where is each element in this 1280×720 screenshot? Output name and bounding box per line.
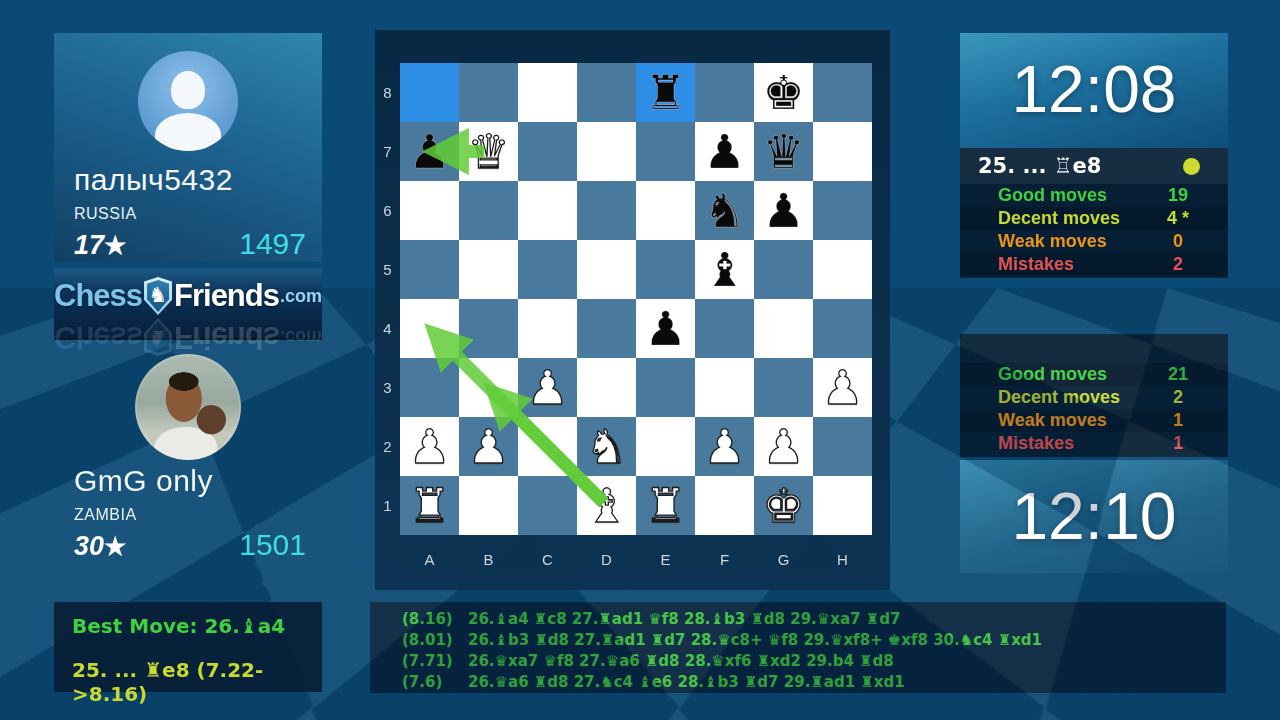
player-meta-top: 17★ 1497 (74, 227, 306, 261)
best-move-text: Best Move: 26.♝a4 (72, 614, 322, 638)
clock-bottom: 12:10 (960, 460, 1228, 573)
player-rating-top: 1497 (239, 227, 306, 261)
rank-label-8: 8 (375, 63, 400, 122)
turn-indicator-dot (1183, 158, 1200, 175)
white-pawn-f2: ♟ (695, 417, 754, 476)
square-d8[interactable] (577, 63, 636, 122)
square-a8[interactable] (400, 63, 459, 122)
square-a7[interactable]: ♟ (400, 122, 459, 181)
stat-row-mistakes: Mistakes1 (960, 432, 1228, 455)
square-e2[interactable] (636, 417, 695, 476)
square-c5[interactable] (518, 240, 577, 299)
black-pawn-f7: ♟ (695, 122, 754, 181)
last-move-text: 25. ... ♖e8 (978, 154, 1101, 178)
square-e5[interactable] (636, 240, 695, 299)
square-c6[interactable] (518, 181, 577, 240)
last-move-header: 25. ... ♖e8 (960, 148, 1228, 184)
square-b8[interactable] (459, 63, 518, 122)
logo-reflection: Chess ♞ Friends .com (54, 318, 322, 356)
white-rook-e1: ♜ (636, 476, 695, 535)
engine-eval: (7.6) (370, 672, 442, 693)
rank-label-4: 4 (375, 299, 400, 358)
square-f4[interactable] (695, 299, 754, 358)
logo-text-friends: Friends (174, 278, 279, 314)
square-d7[interactable] (577, 122, 636, 181)
square-e4[interactable]: ♟ (636, 299, 695, 358)
engine-line-2[interactable]: (8.01)26.♝b3 ♜d8 27.♜ad1 ♜d7 28.♛c8+ ♛f8… (370, 630, 1226, 651)
black-pawn-e4: ♟ (636, 299, 695, 358)
square-e3[interactable] (636, 358, 695, 417)
square-h6[interactable] (813, 181, 872, 240)
square-h7[interactable] (813, 122, 872, 181)
square-a4[interactable] (400, 299, 459, 358)
file-label-d: D (577, 548, 636, 572)
player-country-bottom: ZAMBIA (74, 506, 137, 524)
square-d4[interactable] (577, 299, 636, 358)
black-pawn-g6: ♟ (754, 181, 813, 240)
square-a6[interactable] (400, 181, 459, 240)
black-pawn-a7: ♟ (400, 122, 459, 181)
best-move-box: Best Move: 26.♝a4 25. ... ♜e8 (7.22->8.1… (54, 602, 322, 692)
white-queen-b7: ♛ (459, 122, 518, 181)
engine-eval: (8.16) (370, 609, 442, 630)
black-rook-e8: ♜ (636, 63, 695, 122)
player-stars-top: 17★ (74, 230, 126, 261)
square-h8[interactable] (813, 63, 872, 122)
square-b6[interactable] (459, 181, 518, 240)
white-pawn-a2: ♟ (400, 417, 459, 476)
black-knight-f6: ♞ (695, 181, 754, 240)
square-g8[interactable]: ♚ (754, 63, 813, 122)
player-country-top: RUSSIA (74, 205, 137, 223)
clock-top: 12:08 (960, 33, 1228, 148)
square-d1[interactable]: ♝ (577, 476, 636, 535)
white-pawn-g2: ♟ (754, 417, 813, 476)
square-b2[interactable]: ♟ (459, 417, 518, 476)
square-f2[interactable]: ♟ (695, 417, 754, 476)
shield-knight-icon: ♞ (144, 277, 172, 315)
engine-lines-panel: (8.16)26.♝a4 ♜c8 27.♜ad1 ♛f8 28.♝b3 ♜d8 … (370, 602, 1226, 693)
square-g3[interactable] (754, 358, 813, 417)
white-pawn-c3: ♟ (518, 358, 577, 417)
chessfriends-logo-banner: Chess ♞ Friends .com Chess ♞ Friends .co… (54, 268, 322, 340)
square-e8[interactable]: ♜ (636, 63, 695, 122)
logo-text-com: .com (280, 286, 322, 307)
square-e6[interactable] (636, 181, 695, 240)
rank-label-6: 6 (375, 181, 400, 240)
avatar-bottom-player (135, 354, 241, 460)
file-label-e: E (636, 548, 695, 572)
square-h1[interactable] (813, 476, 872, 535)
engine-line-1[interactable]: (8.16)26.♝a4 ♜c8 27.♜ad1 ♛f8 28.♝b3 ♜d8 … (370, 609, 1226, 630)
stat-row-weak: Weak moves0 (960, 230, 1228, 253)
square-g4[interactable] (754, 299, 813, 358)
square-h5[interactable] (813, 240, 872, 299)
square-f1[interactable] (695, 476, 754, 535)
square-e7[interactable] (636, 122, 695, 181)
square-f5[interactable]: ♝ (695, 240, 754, 299)
engine-eval: (8.01) (370, 630, 442, 651)
white-bishop-d1: ♝ (577, 476, 636, 535)
player-rating-bottom: 1501 (239, 528, 306, 562)
engine-moves: 26.♝b3 ♜d8 27.♜ad1 ♜d7 28.♛c8+ ♛f8 29.♛x… (442, 630, 1042, 651)
stat-row-weak: Weak moves1 (960, 409, 1228, 432)
square-c4[interactable] (518, 299, 577, 358)
engine-line-3[interactable]: (7.71)26.♛xa7 ♛f8 27.♛a6 ♜d8 28.♛xf6 ♜xd… (370, 651, 1226, 672)
avatar-top-player (138, 51, 238, 151)
engine-moves: 26.♛xa7 ♛f8 27.♛a6 ♜d8 28.♛xf6 ♜xd2 29.b… (442, 651, 894, 672)
file-label-h: H (813, 548, 872, 572)
rank-label-7: 7 (375, 122, 400, 181)
stat-row-good: Good moves19 (960, 184, 1228, 207)
square-c2[interactable] (518, 417, 577, 476)
square-f6[interactable]: ♞ (695, 181, 754, 240)
player-name-bottom: GmG only (74, 464, 213, 498)
file-label-b: B (459, 548, 518, 572)
square-g1[interactable]: ♚ (754, 476, 813, 535)
white-pawn-b2: ♟ (459, 417, 518, 476)
file-label-f: F (695, 548, 754, 572)
white-rook-a1: ♜ (400, 476, 459, 535)
square-h4[interactable] (813, 299, 872, 358)
move-stats-bottom: Good moves21 Decent moves2 Weak moves1 M… (960, 334, 1228, 457)
stat-row-decent: Decent moves4 * (960, 207, 1228, 230)
player-card-bottom: GmG only ZAMBIA 30★ 1501 (54, 352, 322, 572)
player-card-top: палыч5432 RUSSIA 17★ 1497 (54, 33, 322, 262)
file-label-g: G (754, 548, 813, 572)
square-g6[interactable]: ♟ (754, 181, 813, 240)
square-a2[interactable]: ♟ (400, 417, 459, 476)
rank-label-3: 3 (375, 358, 400, 417)
file-label-c: C (518, 548, 577, 572)
engine-moves: 26.♝a4 ♜c8 27.♜ad1 ♛f8 28.♝b3 ♜d8 29.♛xa… (442, 609, 900, 630)
file-labels: ABCDEFGH (400, 548, 872, 572)
file-label-a: A (400, 548, 459, 572)
black-bishop-f5: ♝ (695, 240, 754, 299)
chessfriends-logo: Chess ♞ Friends .com (54, 277, 322, 315)
black-queen-g7: ♛ (754, 122, 813, 181)
board-panel: 87654321 ♜♚♟♛♟♛♞♟♝♟♟♟♟♟♞♟♟♜♝♜♚ ABCDEFGH (375, 30, 890, 590)
square-d3[interactable] (577, 358, 636, 417)
white-pawn-h3: ♟ (813, 358, 872, 417)
square-c7[interactable] (518, 122, 577, 181)
stat-row-decent: Decent moves2 (960, 386, 1228, 409)
square-e1[interactable]: ♜ (636, 476, 695, 535)
engine-eval: (7.71) (370, 651, 442, 672)
square-g7[interactable]: ♛ (754, 122, 813, 181)
played-move-eval-text: 25. ... ♜e8 (7.22->8.16) (72, 658, 322, 706)
square-h3[interactable]: ♟ (813, 358, 872, 417)
square-c3[interactable]: ♟ (518, 358, 577, 417)
square-b7[interactable]: ♛ (459, 122, 518, 181)
player-name-top: палыч5432 (74, 163, 233, 197)
board: ♜♚♟♛♟♛♞♟♝♟♟♟♟♟♞♟♟♜♝♜♚ (400, 63, 872, 535)
star-icon: ★ (104, 532, 126, 560)
square-c1[interactable] (518, 476, 577, 535)
stat-row-mistakes: Mistakes2 (960, 253, 1228, 276)
black-king-g8: ♚ (754, 63, 813, 122)
white-knight-d2: ♞ (577, 417, 636, 476)
square-a3[interactable] (400, 358, 459, 417)
square-d6[interactable] (577, 181, 636, 240)
white-king-g1: ♚ (754, 476, 813, 535)
square-d2[interactable]: ♞ (577, 417, 636, 476)
square-f3[interactable] (695, 358, 754, 417)
rank-label-5: 5 (375, 240, 400, 299)
player-meta-bottom: 30★ 1501 (74, 528, 306, 562)
square-f8[interactable] (695, 63, 754, 122)
square-a5[interactable] (400, 240, 459, 299)
rank-labels: 87654321 (375, 63, 400, 535)
square-g2[interactable]: ♟ (754, 417, 813, 476)
move-stats-top: 25. ... ♖e8 Good moves19 Decent moves4 *… (960, 148, 1228, 278)
square-b5[interactable] (459, 240, 518, 299)
rank-label-2: 2 (375, 417, 400, 476)
stat-row-good: Good moves21 (960, 363, 1228, 386)
square-b1[interactable] (459, 476, 518, 535)
engine-moves: 26.♛a6 ♜d8 27.♞c4 ♝e6 28.♝b3 ♜d7 29.♜ad1… (442, 672, 905, 693)
square-b4[interactable] (459, 299, 518, 358)
square-b3[interactable] (459, 358, 518, 417)
star-icon: ★ (104, 231, 126, 259)
logo-text-chess: Chess (54, 278, 142, 314)
square-h2[interactable] (813, 417, 872, 476)
square-a1[interactable]: ♜ (400, 476, 459, 535)
player-stars-bottom: 30★ (74, 531, 126, 562)
square-f7[interactable]: ♟ (695, 122, 754, 181)
rank-label-1: 1 (375, 476, 400, 535)
square-g5[interactable] (754, 240, 813, 299)
square-c8[interactable] (518, 63, 577, 122)
square-d5[interactable] (577, 240, 636, 299)
engine-line-4[interactable]: (7.6)26.♛a6 ♜d8 27.♞c4 ♝e6 28.♝b3 ♜d7 29… (370, 672, 1226, 693)
